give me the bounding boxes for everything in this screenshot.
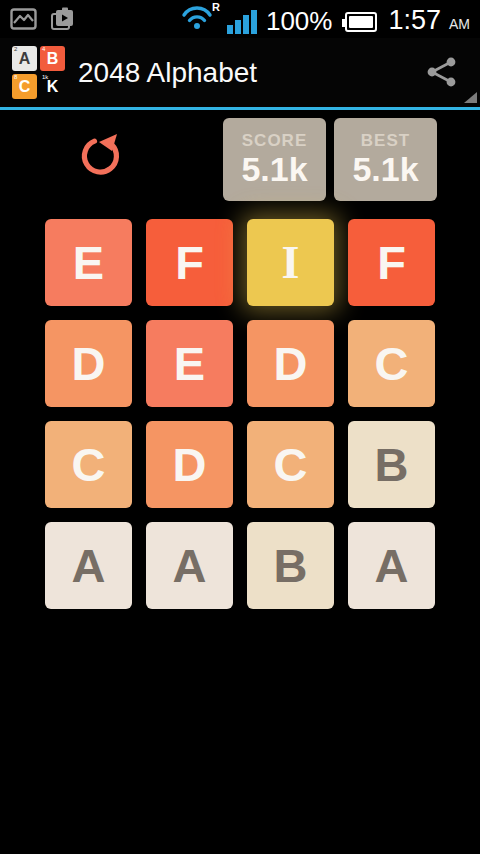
tile-r4c4-A: A [348,522,435,609]
status-right-icons: R 100% 1:57 AM [181,4,470,34]
wifi-roaming-badge: R [212,1,220,13]
app-icon-tile-C: 8C [12,74,37,99]
actionbar-grip-triangle [464,92,477,103]
tile-r2c3-D: D [247,320,334,407]
tile-r2c1-D: D [45,320,132,407]
share-icon [425,55,459,89]
tile-r3c3-C: C [247,421,334,508]
photo-icon [10,7,37,31]
app-title: 2048 Alphabet [78,57,257,89]
tile-r4c2-A: A [146,522,233,609]
tile-r1c1-E: E [45,219,132,306]
app-icon-tile-B: 4B [40,46,65,71]
clock: 1:57 [388,7,441,34]
screenshot-icon [49,6,76,32]
tile-r1c3-I: I [247,219,334,306]
score-panel: SCORE 5.1k BEST 5.1k [223,118,437,201]
battery-icon [345,12,377,32]
app-icon-tile-A: 2A [12,46,37,71]
status-left-icons [10,6,76,32]
tile-r3c4-B: B [348,421,435,508]
score-box: SCORE 5.1k [223,118,326,201]
hud: SCORE 5.1k BEST 5.1k [0,118,480,212]
battery-percent: 100% [266,8,333,34]
wifi-icon: R [181,4,213,34]
tile-r4c1-A: A [45,522,132,609]
score-label: SCORE [242,131,307,151]
undo-button[interactable] [76,130,128,190]
restart-icon [77,130,127,188]
tile-r3c2-D: D [146,421,233,508]
share-button[interactable] [424,55,460,91]
tile-r2c2-E: E [146,320,233,407]
app-bar: 2A4B8C1kK 2048 Alphabet [0,38,480,110]
score-value: 5.1k [241,151,307,188]
app-icon-tile-K: 1kK [40,74,65,99]
tile-r4c3-B: B [247,522,334,609]
signal-bars-icon [227,8,257,34]
tile-r1c4-F: F [348,219,435,306]
tile-r1c2-F: F [146,219,233,306]
clock-meridiem: AM [449,14,470,34]
app-icon: 2A4B8C1kK [12,46,65,99]
best-value: 5.1k [352,151,418,188]
board[interactable]: EFIFDEDCCDCBAABA [45,219,435,609]
tile-r3c1-C: C [45,421,132,508]
tile-r2c4-C: C [348,320,435,407]
status-bar: R 100% 1:57 AM [0,0,480,38]
best-label: BEST [361,131,410,151]
best-box: BEST 5.1k [334,118,437,201]
